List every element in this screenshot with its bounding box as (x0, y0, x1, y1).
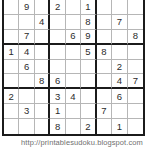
cell-r6c8: 4 (112, 74, 127, 89)
cell-r2c8: 7 (112, 15, 127, 30)
cell-r8c1 (4, 104, 19, 119)
sudoku-board: 921487769814586286472346317821 (2, 0, 145, 136)
cell-r3c6: 9 (81, 30, 96, 45)
cell-r6c2 (19, 74, 34, 89)
cell-r3c4 (50, 30, 65, 45)
cell-r1c8 (112, 0, 127, 15)
cell-r4c4 (50, 45, 65, 60)
cell-r9c6: 2 (81, 119, 96, 134)
cell-r4c2: 4 (19, 45, 34, 60)
cell-r3c3 (35, 30, 50, 45)
cell-r5c1 (4, 60, 19, 75)
cell-r9c7 (97, 119, 112, 134)
cell-r7c9 (128, 89, 143, 104)
cell-r4c6: 5 (81, 45, 96, 60)
cell-r4c3 (35, 45, 50, 60)
cell-r1c1 (4, 0, 19, 15)
cell-r4c1: 1 (4, 45, 19, 60)
cell-r5c5 (66, 60, 81, 75)
cell-r5c2: 6 (19, 60, 34, 75)
cell-r8c9 (128, 104, 143, 119)
cell-r3c8 (112, 30, 127, 45)
cell-r2c7 (97, 15, 112, 30)
cell-r8c2: 3 (19, 104, 34, 119)
cell-r9c4: 8 (50, 119, 65, 134)
cell-r2c2 (19, 15, 34, 30)
cell-r1c2: 9 (19, 0, 34, 15)
cell-r8c6 (81, 104, 96, 119)
cell-r3c2: 7 (19, 30, 34, 45)
cell-r6c1 (4, 74, 19, 89)
cell-r4c5 (66, 45, 81, 60)
cell-r2c4 (50, 15, 65, 30)
cell-r2c9 (128, 15, 143, 30)
cell-r9c2 (19, 119, 34, 134)
cell-r7c8: 6 (112, 89, 127, 104)
cell-r9c8: 1 (112, 119, 127, 134)
cell-r3c5: 6 (66, 30, 81, 45)
cell-r6c5 (66, 74, 81, 89)
cell-r6c9: 7 (128, 74, 143, 89)
cell-r8c8 (112, 104, 127, 119)
cell-r5c9 (128, 60, 143, 75)
cell-r1c6: 1 (81, 0, 96, 15)
cell-r7c5: 4 (66, 89, 81, 104)
cell-r6c6 (81, 74, 96, 89)
cell-r5c7 (97, 60, 112, 75)
cell-r5c3 (35, 60, 50, 75)
cell-r4c7: 8 (97, 45, 112, 60)
cell-r9c5 (66, 119, 81, 134)
cell-r3c1 (4, 30, 19, 45)
cell-r8c5 (66, 104, 81, 119)
cell-r1c3 (35, 0, 50, 15)
cell-r7c4: 3 (50, 89, 65, 104)
cell-r5c4 (50, 60, 65, 75)
cell-r9c3 (35, 119, 50, 134)
cell-r7c2 (19, 89, 34, 104)
cell-r7c7 (97, 89, 112, 104)
cell-r1c4: 2 (50, 0, 65, 15)
cell-r9c9 (128, 119, 143, 134)
cell-r1c7 (97, 0, 112, 15)
cell-r5c8: 2 (112, 60, 127, 75)
cell-r4c8 (112, 45, 127, 60)
cell-r9c1 (4, 119, 19, 134)
cell-r7c1: 2 (4, 89, 19, 104)
cell-r8c3 (35, 104, 50, 119)
cell-r5c6 (81, 60, 96, 75)
cell-r7c6 (81, 89, 96, 104)
cell-r2c3: 4 (35, 15, 50, 30)
source-url: http://printablesudoku.blogspot.com (14, 138, 150, 147)
cell-r3c9: 8 (128, 30, 143, 45)
cell-r3c7 (97, 30, 112, 45)
cell-r6c3: 8 (35, 74, 50, 89)
cell-r8c4: 1 (50, 104, 65, 119)
cell-r8c7: 7 (97, 104, 112, 119)
cell-r2c6: 8 (81, 15, 96, 30)
cell-r2c5 (66, 15, 81, 30)
cell-r7c3 (35, 89, 50, 104)
cell-r1c5 (66, 0, 81, 15)
cell-r2c1 (4, 15, 19, 30)
cell-r1c9 (128, 0, 143, 15)
cell-r6c7 (97, 74, 112, 89)
cell-r4c9 (128, 45, 143, 60)
cell-r6c4: 6 (50, 74, 65, 89)
